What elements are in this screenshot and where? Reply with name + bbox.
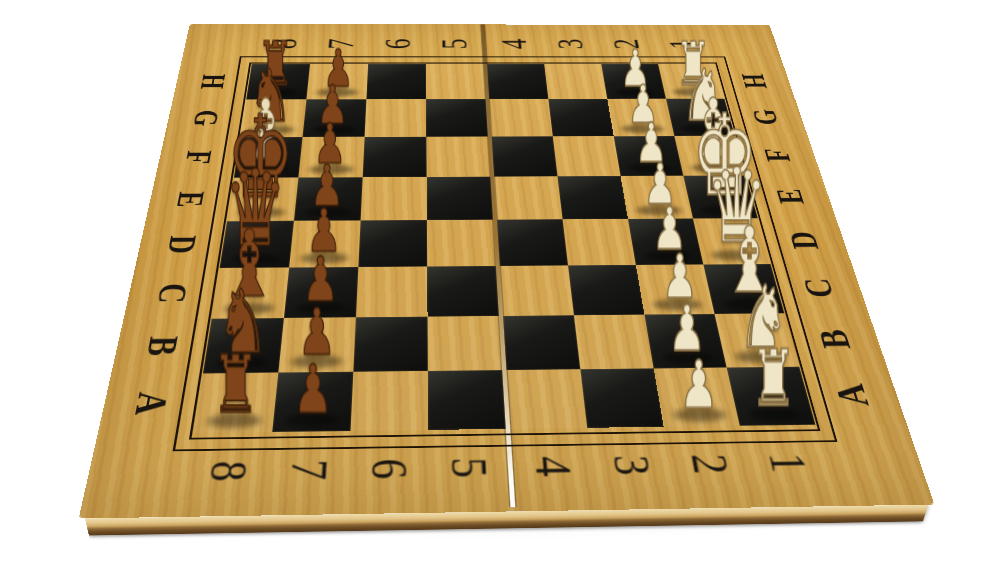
square-h5 [426,64,486,99]
square-c6 [356,266,428,317]
square-g4 [489,99,553,137]
label-top-4: 4 [484,24,544,64]
label-left-C-text: C [151,283,194,303]
label-top-4-text: 4 [495,39,532,49]
label-top-3-text: 3 [551,39,588,49]
label-left-F-text: F [180,150,217,164]
square-b4 [503,315,580,370]
square-d3 [563,219,636,266]
square-b5 [428,316,503,371]
label-top-1-text: 1 [662,39,700,49]
label-right-B: B [784,313,886,367]
label-right-E-text: E [771,189,810,205]
square-g6 [365,99,427,137]
square-c3 [568,265,644,315]
label-top-5-text: 5 [436,39,472,49]
label-left-D-text: D [161,235,202,254]
label-top-7-text: 7 [322,39,359,49]
label-bottom-8-text: 8 [201,460,255,482]
label-left-D: D [135,221,227,268]
label-left-A: A [98,373,203,434]
square-g5 [426,99,488,137]
piece-white-rook-a1: ♜ [750,339,796,417]
label-right-G-text: G [747,109,784,125]
square-h6 [366,64,426,99]
square-c4 [500,265,574,315]
square-a2: ♟ [654,368,740,427]
label-left-C: C [123,268,219,319]
label-bottom-4: 4 [510,428,596,507]
square-b6 [353,317,428,372]
board-surface: 8765432187654321HGFEDCBAHGFEDCBA♜♟♟♜♞♟♟♞… [79,24,935,518]
piece-black-rook-a8: ♜ [212,345,259,424]
square-a3 [580,368,663,427]
label-right-C-text: C [797,278,840,298]
label-top-6: 6 [368,24,426,64]
label-bottom-7: 7 [264,431,350,511]
square-a7: ♟ [272,372,353,432]
square-h4 [487,64,548,99]
square-a6 [350,371,428,431]
label-right-B-text: B [812,329,857,349]
label-bottom-7-text: 7 [282,459,335,481]
square-c5 [427,266,499,317]
square-f6 [363,137,427,177]
label-left-B-text: B [140,336,184,356]
square-h3 [544,64,607,99]
chess-set-photo: 8765432187654321HGFEDCBAHGFEDCBA♜♟♟♜♞♟♟♞… [0,0,990,564]
square-e6 [361,177,427,221]
label-bottom-4-text: 4 [526,456,578,477]
label-top-5: 5 [426,24,484,64]
label-top-6-text: 6 [379,39,415,49]
label-bottom-3: 3 [587,427,677,506]
label-bottom-6: 6 [347,430,429,510]
label-bottom-1: 1 [740,425,837,504]
label-top-8-text: 8 [265,39,303,49]
label-bottom-2-text: 2 [683,454,737,475]
square-f5 [426,137,490,177]
label-right-A: A [799,366,906,425]
label-left-E-text: E [171,191,210,207]
square-a5 [428,370,506,430]
label-bottom-8: 8 [181,432,272,513]
label-left-A-text: A [128,391,175,415]
square-d5 [427,220,496,267]
label-right-D-text: D [783,231,824,249]
label-left-H-text: H [195,74,230,89]
label-left-E: E [145,178,233,222]
square-f4 [492,136,558,176]
label-top-2-text: 2 [607,39,645,49]
square-d4 [497,219,568,266]
square-e5 [427,177,493,220]
label-top-3: 3 [540,25,602,64]
square-e4 [494,176,562,219]
label-bottom-5: 5 [428,429,510,509]
square-f3 [553,136,621,176]
square-a4 [507,369,588,429]
square-g3 [548,99,613,136]
square-d6 [358,220,427,267]
chess-board: 8765432187654321HGFEDCBAHGFEDCBA♜♟♟♜♞♟♟♞… [79,24,935,518]
label-bottom-6-text: 6 [363,458,414,479]
piece-white-pawn-a2: ♟ [679,352,718,418]
square-a8: ♜ [194,373,279,433]
label-left-B: B [111,319,212,375]
label-bottom-3-text: 3 [605,455,658,476]
label-bottom-5-text: 5 [443,457,494,478]
square-b3 [574,315,654,370]
label-right-H-text: H [736,74,772,89]
label-right-A-text: A [828,383,875,406]
label-left-G-text: G [188,110,225,126]
piece-black-pawn-a7: ♟ [293,356,333,423]
square-e3 [558,176,628,219]
label-bottom-1-text: 1 [760,452,815,473]
